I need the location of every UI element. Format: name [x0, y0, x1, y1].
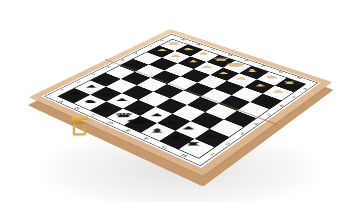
light-pawn-d7[interactable]: ♟ — [200, 65, 213, 68]
light-rook-h8[interactable]: ♜ — [281, 81, 297, 85]
light-king-e8[interactable]: ♚ — [225, 62, 248, 67]
light-knight-b8[interactable]: ♞ — [181, 48, 196, 51]
light-pawn-c7[interactable]: ♟ — [187, 60, 200, 63]
light-pawn-f7[interactable]: ♟ — [235, 77, 249, 80]
light-bishop-c8[interactable]: ♝ — [195, 52, 212, 56]
light-pawn-g7[interactable]: ♟ — [254, 84, 268, 87]
light-rook-a8[interactable]: ♜ — [167, 42, 181, 45]
light-pawn-a7[interactable]: ♟ — [156, 49, 168, 52]
light-knight-g8[interactable]: ♞ — [264, 75, 280, 79]
light-pawn-e7[interactable]: ♟ — [218, 72, 231, 75]
light-pawn-b7[interactable]: ♟ — [169, 54, 181, 57]
black-pawn-a2[interactable]: ♟ — [84, 85, 98, 88]
light-bishop-f8[interactable]: ♝ — [243, 69, 261, 73]
product-photo-scene: AABBCCDDEEFFGGHH1122334455667788 ♜♞♝♛♚♝♞… — [0, 0, 360, 209]
